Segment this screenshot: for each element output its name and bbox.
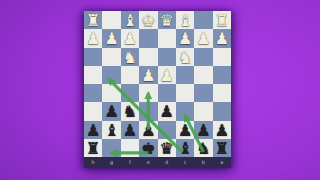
chess-board: ♜♝♚♛♝♜♟♟♟♟♟♟♞♞♟♟♟♞♟♟♝♟♟♟♟♟♜♚♛♝♞♜ hgfedcb… <box>84 11 231 168</box>
square-f2[interactable]: ♟ <box>121 29 139 47</box>
square-g6[interactable]: ♟ <box>102 102 120 120</box>
file-label-a: a <box>213 157 231 168</box>
square-b7[interactable]: ♟ <box>194 121 212 139</box>
file-label-strip: hgfedcba <box>84 157 231 168</box>
piece-white-bishop[interactable]: ♝ <box>123 13 137 29</box>
square-f6[interactable]: ♞ <box>121 102 139 120</box>
file-label-f: f <box>121 157 139 168</box>
square-d7[interactable] <box>158 121 176 139</box>
square-g8[interactable] <box>102 139 120 157</box>
square-b2[interactable]: ♟ <box>194 29 212 47</box>
square-h8[interactable]: ♜ <box>84 139 102 157</box>
square-f8[interactable] <box>121 139 139 157</box>
piece-black-bishop[interactable]: ♝ <box>178 140 192 156</box>
piece-black-pawn[interactable]: ♟ <box>141 122 155 138</box>
piece-white-pawn[interactable]: ♟ <box>86 31 100 47</box>
square-d6[interactable]: ♟ <box>158 102 176 120</box>
square-b8[interactable]: ♞ <box>194 139 212 157</box>
file-label-d: d <box>158 157 176 168</box>
square-g1[interactable] <box>102 11 120 29</box>
square-a7[interactable]: ♟ <box>213 121 231 139</box>
square-f4[interactable] <box>121 66 139 84</box>
square-e1[interactable]: ♚ <box>139 11 157 29</box>
square-e3[interactable] <box>139 48 157 66</box>
square-e7[interactable]: ♟ <box>139 121 157 139</box>
piece-white-knight[interactable]: ♞ <box>123 49 137 65</box>
file-label-g: g <box>102 157 120 168</box>
piece-black-pawn[interactable]: ♟ <box>160 104 174 120</box>
square-h1[interactable]: ♜ <box>84 11 102 29</box>
square-b1[interactable] <box>194 11 212 29</box>
square-d4[interactable]: ♟ <box>158 66 176 84</box>
piece-white-pawn[interactable]: ♟ <box>160 67 174 83</box>
square-h7[interactable]: ♟ <box>84 121 102 139</box>
piece-white-knight[interactable]: ♞ <box>178 49 192 65</box>
piece-white-pawn[interactable]: ♟ <box>215 31 229 47</box>
square-a1[interactable]: ♜ <box>213 11 231 29</box>
piece-black-pawn[interactable]: ♟ <box>123 122 137 138</box>
square-f1[interactable]: ♝ <box>121 11 139 29</box>
file-label-e: e <box>139 157 157 168</box>
square-d5[interactable] <box>158 84 176 102</box>
piece-white-rook[interactable]: ♜ <box>86 13 100 29</box>
piece-black-pawn[interactable]: ♟ <box>178 122 192 138</box>
square-h3[interactable] <box>84 48 102 66</box>
square-h6[interactable] <box>84 102 102 120</box>
piece-white-rook[interactable]: ♜ <box>215 13 229 29</box>
square-d3[interactable] <box>158 48 176 66</box>
scene-background: ♜♝♚♛♝♜♟♟♟♟♟♟♞♞♟♟♟♞♟♟♝♟♟♟♟♟♜♚♛♝♞♜ hgfedcb… <box>0 0 320 180</box>
square-a8[interactable]: ♜ <box>213 139 231 157</box>
piece-black-bishop[interactable]: ♝ <box>104 122 118 138</box>
square-g2[interactable]: ♟ <box>102 29 120 47</box>
piece-black-queen[interactable]: ♛ <box>160 140 174 156</box>
file-label-c: c <box>176 157 194 168</box>
square-c2[interactable]: ♟ <box>176 29 194 47</box>
piece-white-pawn[interactable]: ♟ <box>123 31 137 47</box>
square-a6[interactable] <box>213 102 231 120</box>
piece-white-bishop[interactable]: ♝ <box>178 13 192 29</box>
square-c3[interactable]: ♞ <box>176 48 194 66</box>
piece-black-pawn[interactable]: ♟ <box>196 122 210 138</box>
piece-black-king[interactable]: ♚ <box>141 140 155 156</box>
square-h5[interactable] <box>84 84 102 102</box>
square-b5[interactable] <box>194 84 212 102</box>
square-d8[interactable]: ♛ <box>158 139 176 157</box>
piece-black-pawn[interactable]: ♟ <box>215 122 229 138</box>
square-b4[interactable] <box>194 66 212 84</box>
square-e5[interactable] <box>139 84 157 102</box>
square-d2[interactable] <box>158 29 176 47</box>
square-b3[interactable] <box>194 48 212 66</box>
square-h2[interactable]: ♟ <box>84 29 102 47</box>
piece-white-queen[interactable]: ♛ <box>160 13 174 29</box>
square-e2[interactable] <box>139 29 157 47</box>
square-d1[interactable]: ♛ <box>158 11 176 29</box>
square-c6[interactable] <box>176 102 194 120</box>
square-a4[interactable] <box>213 66 231 84</box>
square-c5[interactable] <box>176 84 194 102</box>
piece-black-pawn[interactable]: ♟ <box>86 122 100 138</box>
square-g4[interactable] <box>102 66 120 84</box>
square-c1[interactable]: ♝ <box>176 11 194 29</box>
square-g5[interactable] <box>102 84 120 102</box>
square-b6[interactable] <box>194 102 212 120</box>
piece-black-rook[interactable]: ♜ <box>86 140 100 156</box>
piece-white-pawn[interactable]: ♟ <box>178 31 192 47</box>
square-f7[interactable]: ♟ <box>121 121 139 139</box>
square-g7[interactable]: ♝ <box>102 121 120 139</box>
piece-black-knight[interactable]: ♞ <box>123 104 137 120</box>
square-e8[interactable]: ♚ <box>139 139 157 157</box>
square-a3[interactable] <box>213 48 231 66</box>
piece-black-knight[interactable]: ♞ <box>196 140 210 156</box>
square-c4[interactable] <box>176 66 194 84</box>
piece-white-king[interactable]: ♚ <box>141 13 155 29</box>
square-c8[interactable]: ♝ <box>176 139 194 157</box>
square-a5[interactable] <box>213 84 231 102</box>
square-c7[interactable]: ♟ <box>176 121 194 139</box>
piece-black-rook[interactable]: ♜ <box>215 140 229 156</box>
piece-white-pawn[interactable]: ♟ <box>196 31 210 47</box>
square-f5[interactable] <box>121 84 139 102</box>
board-squares: ♜♝♚♛♝♜♟♟♟♟♟♟♞♞♟♟♟♞♟♟♝♟♟♟♟♟♜♚♛♝♞♜ <box>84 11 231 157</box>
square-e4[interactable]: ♟ <box>139 66 157 84</box>
square-a2[interactable]: ♟ <box>213 29 231 47</box>
square-g3[interactable] <box>102 48 120 66</box>
piece-white-pawn[interactable]: ♟ <box>104 31 118 47</box>
square-e6[interactable] <box>139 102 157 120</box>
file-label-b: b <box>194 157 212 168</box>
piece-black-pawn[interactable]: ♟ <box>104 104 118 120</box>
square-f3[interactable]: ♞ <box>121 48 139 66</box>
file-label-h: h <box>84 157 102 168</box>
piece-white-pawn[interactable]: ♟ <box>141 67 155 83</box>
square-h4[interactable] <box>84 66 102 84</box>
